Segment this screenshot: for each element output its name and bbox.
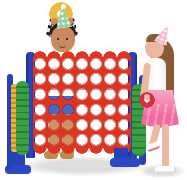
board-cell-r6c7 (117, 133, 131, 148)
board-right-foot-base (110, 158, 140, 167)
board-cell-r1c7 (117, 57, 131, 72)
board-cell-r6c6 (103, 133, 117, 148)
girl-standing-sandal (155, 166, 174, 173)
board-cell-r3c2 (47, 87, 61, 102)
board-cell-r2c1 (33, 72, 47, 87)
board-cell-r3c4 (75, 87, 89, 102)
board-cell-r1c3 (61, 57, 75, 72)
board-cell-r1c5 (89, 57, 103, 72)
girl-back-leg (162, 124, 169, 168)
board-cell-r4c7 (117, 103, 131, 118)
board-cell-r4c5 (89, 103, 103, 118)
board-cell-r2c6 (103, 72, 117, 87)
board-cell-r6c3 (61, 133, 75, 148)
board-cell-r5c4 (75, 118, 89, 133)
board-cell-r1c6 (103, 57, 117, 72)
boy-right-eye (66, 38, 68, 40)
board-cell-r1c1 (33, 57, 47, 72)
board-cell-r5c1 (33, 118, 47, 133)
board-cell-r2c4 (75, 72, 89, 87)
board-cell-r6c1 (33, 133, 47, 148)
board-cell-r5c7 (117, 118, 131, 133)
board-cell-r4c3 (61, 103, 75, 118)
board-cell-r3c6 (103, 87, 117, 102)
board-cell-r1c2 (47, 57, 61, 72)
board-grid (33, 57, 131, 148)
board-cell-r2c7 (117, 72, 131, 87)
boy-party-hat-pompom (61, 4, 66, 9)
board-cell-r5c6 (103, 118, 117, 133)
board-cell-r5c5 (89, 118, 103, 133)
board-cell-r3c3 (61, 87, 75, 102)
girl-raised-sandal (145, 141, 161, 152)
board-cell-r5c3 (61, 118, 75, 133)
board-cell-r6c4 (75, 133, 89, 148)
scene-giant-connect-four (0, 0, 187, 180)
board-cell-r2c3 (61, 72, 75, 87)
board-cell-r3c7 (117, 87, 131, 102)
boy-left-eye (57, 38, 59, 40)
board-cell-r4c2 (47, 103, 61, 118)
board-panel (33, 57, 131, 148)
board-cell-r3c5 (89, 87, 103, 102)
board-cell-r6c2 (47, 133, 61, 148)
board-cell-r1c4 (75, 57, 89, 72)
board-cell-r4c4 (75, 103, 89, 118)
board-cell-r6c5 (89, 133, 103, 148)
green-disc-stack-left (16, 81, 29, 155)
board-cell-r3c1 (33, 87, 47, 102)
girl-hand (144, 94, 150, 100)
board-cell-r2c2 (47, 72, 61, 87)
board-cell-r5c2 (47, 118, 61, 133)
board-cell-r4c1 (33, 103, 47, 118)
board-cell-r2c5 (89, 72, 103, 87)
girl-party-hat-pompom (166, 22, 170, 26)
board-cell-r4c6 (103, 103, 117, 118)
